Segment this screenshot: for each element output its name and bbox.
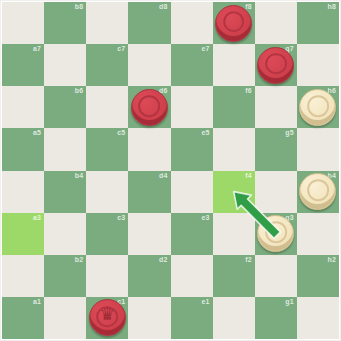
coordinate-label-e3: e3 bbox=[201, 214, 209, 221]
square-c8[interactable] bbox=[86, 2, 128, 44]
coordinate-label-b6: b6 bbox=[75, 87, 84, 94]
square-b8[interactable]: b8 bbox=[44, 2, 86, 44]
square-a8[interactable] bbox=[2, 2, 44, 44]
square-e6[interactable] bbox=[171, 86, 213, 128]
square-d2[interactable]: d2 bbox=[128, 255, 170, 297]
coordinate-label-h8: h8 bbox=[327, 3, 336, 10]
square-h1[interactable] bbox=[297, 297, 339, 339]
coordinate-label-b4: b4 bbox=[75, 172, 84, 179]
piece-white-man-h6[interactable] bbox=[299, 89, 336, 126]
coordinate-label-d8: d8 bbox=[159, 3, 168, 10]
coordinate-label-e5: e5 bbox=[201, 129, 209, 136]
square-d6[interactable]: d6 bbox=[128, 86, 170, 128]
square-e3[interactable]: e3 bbox=[171, 213, 213, 255]
checkers-app: b8d8f8h8a7c7e7g7b6d6f6h6a5c5e5g5b4d4f4h4… bbox=[0, 0, 341, 341]
square-g4[interactable] bbox=[255, 171, 297, 213]
square-h4[interactable]: h4 bbox=[297, 171, 339, 213]
square-c5[interactable]: c5 bbox=[86, 128, 128, 170]
square-e4[interactable] bbox=[171, 171, 213, 213]
square-f3[interactable] bbox=[213, 213, 255, 255]
square-h3[interactable] bbox=[297, 213, 339, 255]
coordinate-label-a3: a3 bbox=[33, 214, 41, 221]
square-f1[interactable] bbox=[213, 297, 255, 339]
coordinate-label-c3: c3 bbox=[117, 214, 125, 221]
square-a5[interactable]: a5 bbox=[2, 128, 44, 170]
coordinate-label-b8: b8 bbox=[75, 3, 84, 10]
square-c4[interactable] bbox=[86, 171, 128, 213]
piece-red-man-d6[interactable] bbox=[131, 89, 168, 126]
coordinate-label-b2: b2 bbox=[75, 256, 84, 263]
coordinate-label-d2: d2 bbox=[159, 256, 168, 263]
square-f5[interactable] bbox=[213, 128, 255, 170]
square-f2[interactable]: f2 bbox=[213, 255, 255, 297]
coordinate-label-a5: a5 bbox=[33, 129, 41, 136]
square-e7[interactable]: e7 bbox=[171, 44, 213, 86]
square-c6[interactable] bbox=[86, 86, 128, 128]
coordinate-label-f8: f8 bbox=[245, 3, 252, 10]
piece-white-man-h4[interactable] bbox=[299, 173, 336, 210]
square-c7[interactable]: c7 bbox=[86, 44, 128, 86]
square-h7[interactable] bbox=[297, 44, 339, 86]
square-d3[interactable] bbox=[128, 213, 170, 255]
square-g8[interactable] bbox=[255, 2, 297, 44]
square-e2[interactable] bbox=[171, 255, 213, 297]
square-a4[interactable] bbox=[2, 171, 44, 213]
coordinate-label-e7: e7 bbox=[201, 45, 209, 52]
square-a2[interactable] bbox=[2, 255, 44, 297]
coordinate-label-c7: c7 bbox=[117, 45, 125, 52]
square-b2[interactable]: b2 bbox=[44, 255, 86, 297]
coordinate-label-c5: c5 bbox=[117, 129, 125, 136]
square-h5[interactable] bbox=[297, 128, 339, 170]
piece-red-king-c1[interactable]: ♛ bbox=[89, 299, 126, 336]
coordinate-label-a1: a1 bbox=[33, 298, 41, 305]
square-d1[interactable] bbox=[128, 297, 170, 339]
checkers-board: b8d8f8h8a7c7e7g7b6d6f6h6a5c5e5g5b4d4f4h4… bbox=[2, 2, 339, 339]
square-d5[interactable] bbox=[128, 128, 170, 170]
square-f8[interactable]: f8 bbox=[213, 2, 255, 44]
square-b3[interactable] bbox=[44, 213, 86, 255]
square-c1[interactable]: c1♛ bbox=[86, 297, 128, 339]
king-crown-icon: ♛ bbox=[90, 297, 125, 332]
square-c3[interactable]: c3 bbox=[86, 213, 128, 255]
square-b4[interactable]: b4 bbox=[44, 171, 86, 213]
square-b1[interactable] bbox=[44, 297, 86, 339]
square-a1[interactable]: a1 bbox=[2, 297, 44, 339]
square-f6[interactable]: f6 bbox=[213, 86, 255, 128]
piece-white-man-g3[interactable] bbox=[257, 215, 294, 252]
coordinate-label-e1: e1 bbox=[201, 298, 209, 305]
coordinate-label-d4: d4 bbox=[159, 172, 168, 179]
square-e5[interactable]: e5 bbox=[171, 128, 213, 170]
coordinate-label-f2: f2 bbox=[245, 256, 252, 263]
square-e8[interactable] bbox=[171, 2, 213, 44]
piece-red-man-g7[interactable] bbox=[257, 47, 294, 84]
square-g3[interactable]: g3 bbox=[255, 213, 297, 255]
piece-red-man-f8[interactable] bbox=[215, 5, 252, 42]
coordinate-label-g1: g1 bbox=[285, 298, 294, 305]
square-h2[interactable]: h2 bbox=[297, 255, 339, 297]
square-g7[interactable]: g7 bbox=[255, 44, 297, 86]
square-g5[interactable]: g5 bbox=[255, 128, 297, 170]
square-a6[interactable] bbox=[2, 86, 44, 128]
square-a3[interactable]: a3 bbox=[2, 213, 44, 255]
square-g2[interactable] bbox=[255, 255, 297, 297]
square-g6[interactable] bbox=[255, 86, 297, 128]
square-f7[interactable] bbox=[213, 44, 255, 86]
coordinate-label-f4: f4 bbox=[245, 172, 252, 179]
square-h6[interactable]: h6 bbox=[297, 86, 339, 128]
coordinate-label-h2: h2 bbox=[327, 256, 336, 263]
square-d7[interactable] bbox=[128, 44, 170, 86]
square-c2[interactable] bbox=[86, 255, 128, 297]
square-h8[interactable]: h8 bbox=[297, 2, 339, 44]
coordinate-label-f6: f6 bbox=[245, 87, 252, 94]
coordinate-label-g5: g5 bbox=[285, 129, 294, 136]
square-d8[interactable]: d8 bbox=[128, 2, 170, 44]
square-b5[interactable] bbox=[44, 128, 86, 170]
square-b7[interactable] bbox=[44, 44, 86, 86]
coordinate-label-a7: a7 bbox=[33, 45, 41, 52]
square-b6[interactable]: b6 bbox=[44, 86, 86, 128]
square-e1[interactable]: e1 bbox=[171, 297, 213, 339]
square-a7[interactable]: a7 bbox=[2, 44, 44, 86]
square-f4[interactable]: f4 bbox=[213, 171, 255, 213]
square-g1[interactable]: g1 bbox=[255, 297, 297, 339]
square-d4[interactable]: d4 bbox=[128, 171, 170, 213]
